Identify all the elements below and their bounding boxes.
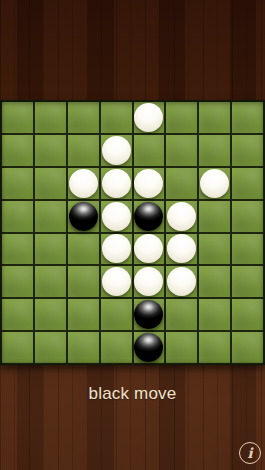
white-disc: [102, 234, 131, 263]
board-cell-c5[interactable]: [68, 234, 99, 265]
board: [0, 100, 265, 365]
board-cell-a8[interactable]: [2, 332, 33, 363]
board-cell-c4[interactable]: [68, 201, 99, 232]
board-cell-e4[interactable]: [134, 201, 165, 232]
board-cell-d8[interactable]: [101, 332, 132, 363]
board-cell-f8[interactable]: [166, 332, 197, 363]
white-disc: [134, 169, 163, 198]
board-cell-e7[interactable]: [134, 299, 165, 330]
board-cell-c2[interactable]: [68, 135, 99, 166]
board-cell-c6[interactable]: [68, 266, 99, 297]
board-cell-h5[interactable]: [232, 234, 263, 265]
white-disc: [167, 267, 196, 296]
black-disc: [134, 300, 163, 329]
board-cell-c3[interactable]: [68, 168, 99, 199]
white-disc: [134, 234, 163, 263]
black-disc: [134, 333, 163, 362]
white-disc: [102, 136, 131, 165]
board-cell-d4[interactable]: [101, 201, 132, 232]
board-cell-f7[interactable]: [166, 299, 197, 330]
board-cell-h7[interactable]: [232, 299, 263, 330]
board-cell-a4[interactable]: [2, 201, 33, 232]
board-cell-g3[interactable]: [199, 168, 230, 199]
white-disc: [200, 169, 229, 198]
black-disc: [134, 202, 163, 231]
app-screen: black move i: [0, 0, 265, 470]
board-cell-a5[interactable]: [2, 234, 33, 265]
board-cell-g6[interactable]: [199, 266, 230, 297]
board-cell-b4[interactable]: [35, 201, 66, 232]
board-cell-b6[interactable]: [35, 266, 66, 297]
board-cell-f6[interactable]: [166, 266, 197, 297]
board-cell-e1[interactable]: [134, 102, 165, 133]
board-cell-b2[interactable]: [35, 135, 66, 166]
board-cell-b8[interactable]: [35, 332, 66, 363]
board-cell-h6[interactable]: [232, 266, 263, 297]
board-cell-g5[interactable]: [199, 234, 230, 265]
board-cell-f4[interactable]: [166, 201, 197, 232]
board-cell-f2[interactable]: [166, 135, 197, 166]
board-cell-f5[interactable]: [166, 234, 197, 265]
white-disc: [167, 202, 196, 231]
board-cell-b5[interactable]: [35, 234, 66, 265]
board-cell-d5[interactable]: [101, 234, 132, 265]
board-cell-f3[interactable]: [166, 168, 197, 199]
board-cell-e2[interactable]: [134, 135, 165, 166]
board-cell-d7[interactable]: [101, 299, 132, 330]
board-cell-a2[interactable]: [2, 135, 33, 166]
board-cell-b7[interactable]: [35, 299, 66, 330]
board-cell-a6[interactable]: [2, 266, 33, 297]
board-cell-e8[interactable]: [134, 332, 165, 363]
board-cell-h8[interactable]: [232, 332, 263, 363]
board-cell-h2[interactable]: [232, 135, 263, 166]
board-cell-d1[interactable]: [101, 102, 132, 133]
white-disc: [167, 234, 196, 263]
board-cell-a7[interactable]: [2, 299, 33, 330]
board-cell-b1[interactable]: [35, 102, 66, 133]
board-cell-c8[interactable]: [68, 332, 99, 363]
board-cell-h4[interactable]: [232, 201, 263, 232]
board-cell-c7[interactable]: [68, 299, 99, 330]
board-cell-a3[interactable]: [2, 168, 33, 199]
white-disc: [69, 169, 98, 198]
info-icon: i: [247, 446, 252, 460]
board-cell-g2[interactable]: [199, 135, 230, 166]
board-cell-e3[interactable]: [134, 168, 165, 199]
board-cell-f1[interactable]: [166, 102, 197, 133]
board-cell-b3[interactable]: [35, 168, 66, 199]
board-cell-e6[interactable]: [134, 266, 165, 297]
board-cell-d6[interactable]: [101, 266, 132, 297]
board-cell-c1[interactable]: [68, 102, 99, 133]
board-cell-h1[interactable]: [232, 102, 263, 133]
white-disc: [102, 267, 131, 296]
board-cell-g1[interactable]: [199, 102, 230, 133]
status-text: black move: [0, 383, 265, 405]
board-cell-g4[interactable]: [199, 201, 230, 232]
board-cell-g8[interactable]: [199, 332, 230, 363]
board-cell-a1[interactable]: [2, 102, 33, 133]
board-cell-d3[interactable]: [101, 168, 132, 199]
info-button[interactable]: i: [239, 442, 261, 464]
white-disc: [134, 103, 163, 132]
board-cell-g7[interactable]: [199, 299, 230, 330]
board-cell-h3[interactable]: [232, 168, 263, 199]
board-cell-e5[interactable]: [134, 234, 165, 265]
white-disc: [134, 267, 163, 296]
white-disc: [102, 169, 131, 198]
white-disc: [102, 202, 131, 231]
board-cell-d2[interactable]: [101, 135, 132, 166]
black-disc: [69, 202, 98, 231]
